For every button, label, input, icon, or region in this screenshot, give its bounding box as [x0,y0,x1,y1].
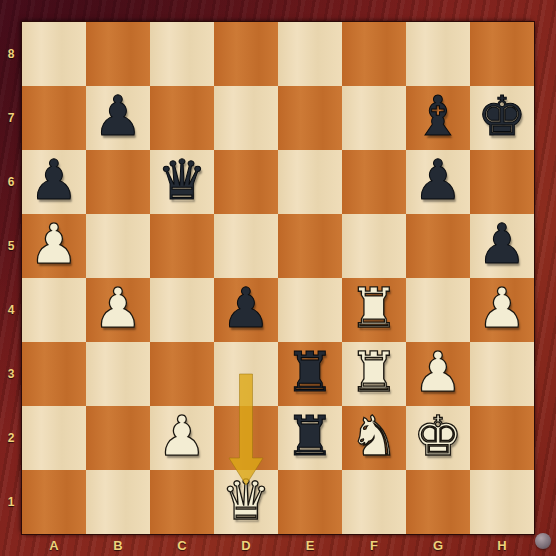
square-h5[interactable]: ♟ [470,214,534,278]
piece-black-king-h7[interactable]: ♚ [470,84,534,148]
file-label-g: G [406,534,470,556]
piece-black-pawn-d4[interactable]: ♟ [214,276,278,340]
square-b5[interactable] [86,214,150,278]
rank-label-3: 3 [0,342,22,406]
file-coordinates: ABCDEFGH [22,534,534,556]
square-b6[interactable] [86,150,150,214]
piece-black-bishop-g7[interactable]: ♝ [406,84,470,148]
square-g2[interactable]: ♚ [406,406,470,470]
square-h6[interactable] [470,150,534,214]
file-label-c: C [150,534,214,556]
square-c8[interactable] [150,22,214,86]
square-a5[interactable]: ♟ [22,214,86,278]
square-f8[interactable] [342,22,406,86]
square-g5[interactable] [406,214,470,278]
file-label-e: E [278,534,342,556]
rank-label-6: 6 [0,150,22,214]
square-f7[interactable] [342,86,406,150]
rank-label-4: 4 [0,278,22,342]
piece-white-queen-d1[interactable]: ♛ [214,468,278,532]
square-e1[interactable] [278,470,342,534]
square-g7[interactable]: ♝ [406,86,470,150]
square-e4[interactable] [278,278,342,342]
square-a6[interactable]: ♟ [22,150,86,214]
square-b4[interactable]: ♟ [86,278,150,342]
square-d6[interactable] [214,150,278,214]
piece-black-pawn-b7[interactable]: ♟ [86,84,150,148]
square-c4[interactable] [150,278,214,342]
square-c5[interactable] [150,214,214,278]
square-b3[interactable] [86,342,150,406]
chess-board-window: ♟♝♚♟♛♟♟♟♟♟♜♟♜♜♟♟♜♞♚♛ 87654321 ABCDEFGH [0,0,556,556]
rank-label-2: 2 [0,406,22,470]
piece-white-rook-f3[interactable]: ♜ [342,340,406,404]
square-b1[interactable] [86,470,150,534]
piece-white-king-g2[interactable]: ♚ [406,404,470,468]
square-b2[interactable] [86,406,150,470]
square-f2[interactable]: ♞ [342,406,406,470]
square-f5[interactable] [342,214,406,278]
square-f4[interactable]: ♜ [342,278,406,342]
frame-corner-ball [535,533,551,549]
square-g3[interactable]: ♟ [406,342,470,406]
square-h3[interactable] [470,342,534,406]
square-g4[interactable] [406,278,470,342]
piece-black-rook-e3[interactable]: ♜ [278,340,342,404]
square-d7[interactable] [214,86,278,150]
square-d1[interactable]: ♛ [214,470,278,534]
file-label-f: F [342,534,406,556]
square-d3[interactable] [214,342,278,406]
piece-black-queen-c6[interactable]: ♛ [150,148,214,212]
piece-white-pawn-c2[interactable]: ♟ [150,404,214,468]
square-f3[interactable]: ♜ [342,342,406,406]
square-e6[interactable] [278,150,342,214]
square-a8[interactable] [22,22,86,86]
square-f6[interactable] [342,150,406,214]
square-d8[interactable] [214,22,278,86]
square-e7[interactable] [278,86,342,150]
rank-label-5: 5 [0,214,22,278]
piece-black-pawn-g6[interactable]: ♟ [406,148,470,212]
piece-white-pawn-b4[interactable]: ♟ [86,276,150,340]
square-a2[interactable] [22,406,86,470]
square-a3[interactable] [22,342,86,406]
rank-label-7: 7 [0,86,22,150]
piece-white-knight-f2[interactable]: ♞ [342,404,406,468]
square-a1[interactable] [22,470,86,534]
rank-label-8: 8 [0,22,22,86]
square-f1[interactable] [342,470,406,534]
file-label-b: B [86,534,150,556]
rank-coordinates: 87654321 [0,22,22,534]
square-d2[interactable] [214,406,278,470]
square-e5[interactable] [278,214,342,278]
square-g1[interactable] [406,470,470,534]
piece-black-pawn-h5[interactable]: ♟ [470,212,534,276]
square-b7[interactable]: ♟ [86,86,150,150]
file-label-a: A [22,534,86,556]
piece-black-rook-e2[interactable]: ♜ [278,404,342,468]
piece-black-pawn-a6[interactable]: ♟ [22,148,86,212]
square-d4[interactable]: ♟ [214,278,278,342]
piece-white-pawn-a5[interactable]: ♟ [22,212,86,276]
square-h1[interactable] [470,470,534,534]
square-c7[interactable] [150,86,214,150]
file-label-d: D [214,534,278,556]
square-e3[interactable]: ♜ [278,342,342,406]
square-g8[interactable] [406,22,470,86]
chess-board: ♟♝♚♟♛♟♟♟♟♟♜♟♜♜♟♟♜♞♚♛ [22,22,534,534]
square-c1[interactable] [150,470,214,534]
square-d5[interactable] [214,214,278,278]
square-a4[interactable] [22,278,86,342]
square-g6[interactable]: ♟ [406,150,470,214]
square-c3[interactable] [150,342,214,406]
square-c2[interactable]: ♟ [150,406,214,470]
piece-white-pawn-g3[interactable]: ♟ [406,340,470,404]
square-c6[interactable]: ♛ [150,150,214,214]
square-h8[interactable] [470,22,534,86]
piece-white-rook-f4[interactable]: ♜ [342,276,406,340]
square-e2[interactable]: ♜ [278,406,342,470]
square-h7[interactable]: ♚ [470,86,534,150]
piece-white-pawn-h4[interactable]: ♟ [470,276,534,340]
square-a7[interactable] [22,86,86,150]
file-label-h: H [470,534,534,556]
square-e8[interactable] [278,22,342,86]
square-h2[interactable] [470,406,534,470]
square-h4[interactable]: ♟ [470,278,534,342]
rank-label-1: 1 [0,470,22,534]
square-b8[interactable] [86,22,150,86]
